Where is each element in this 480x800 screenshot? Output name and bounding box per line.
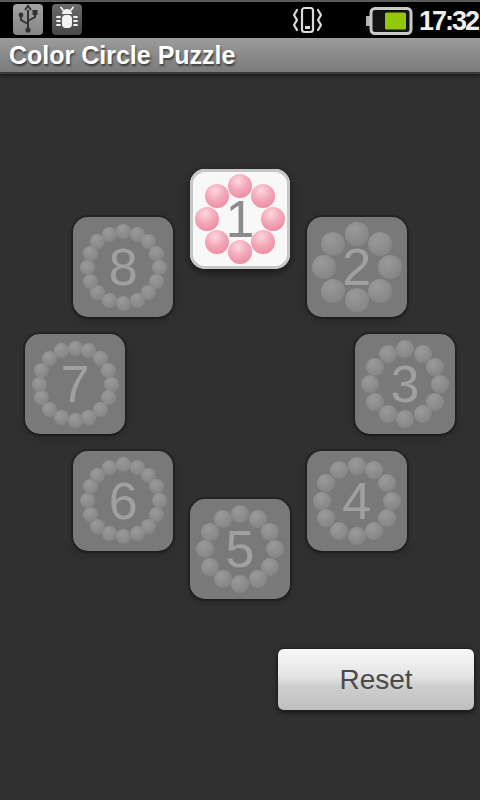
screen: 17:32 Color Circle Puzzle 12345678 Reset	[0, 0, 480, 800]
tile-number: 5	[190, 499, 290, 599]
tile-number: 1	[190, 169, 290, 269]
tile-1[interactable]: 1	[190, 169, 290, 269]
tile-number: 2	[307, 217, 407, 317]
reset-button[interactable]: Reset	[277, 648, 475, 711]
tile-7[interactable]: 7	[25, 334, 125, 434]
vibrate-icon	[288, 5, 326, 36]
tile-number: 6	[73, 451, 173, 551]
tile-8[interactable]: 8	[73, 217, 173, 317]
tile-number: 7	[25, 334, 125, 434]
tile-number: 4	[307, 451, 407, 551]
tile-number: 8	[73, 217, 173, 317]
tile-5[interactable]: 5	[190, 499, 290, 599]
status-bar: 17:32	[0, 0, 480, 38]
title-bar: Color Circle Puzzle	[0, 38, 480, 74]
battery-icon	[366, 7, 413, 35]
adb-debug-icon	[52, 4, 82, 35]
clock-text: 17:32	[419, 2, 478, 40]
tile-6[interactable]: 6	[73, 451, 173, 551]
tile-3[interactable]: 3	[355, 334, 455, 434]
page-title: Color Circle Puzzle	[0, 38, 480, 72]
usb-icon	[13, 4, 43, 35]
tile-4[interactable]: 4	[307, 451, 407, 551]
tile-2[interactable]: 2	[307, 217, 407, 317]
tile-number: 3	[355, 334, 455, 434]
